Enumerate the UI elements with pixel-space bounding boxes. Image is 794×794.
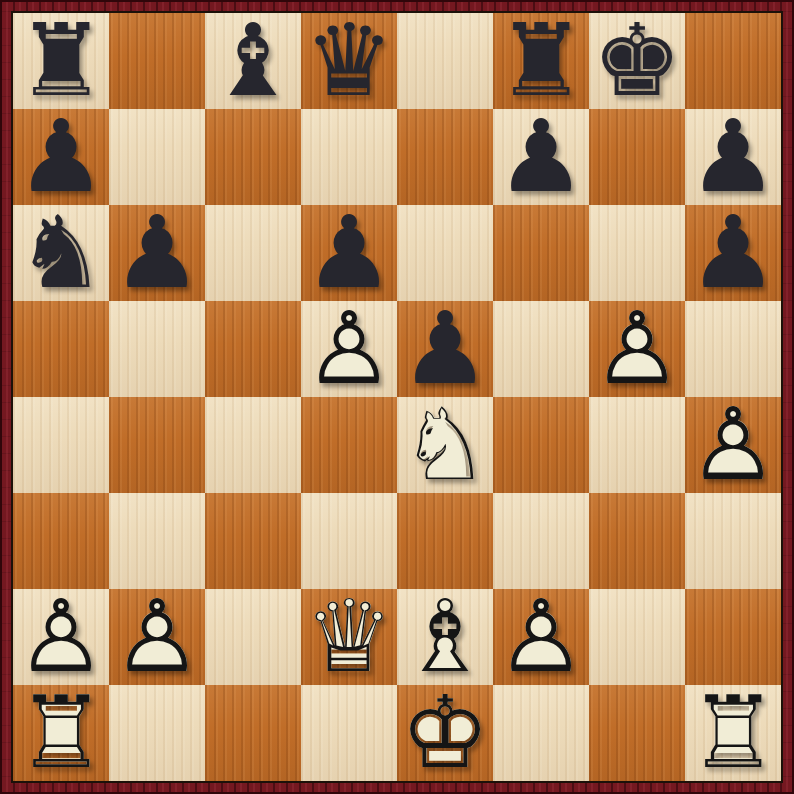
- square-f5[interactable]: [493, 301, 589, 397]
- square-a2[interactable]: ♟♙: [13, 589, 109, 685]
- black-knight-icon: ♞: [13, 205, 109, 301]
- square-c6[interactable]: [205, 205, 301, 301]
- square-f4[interactable]: [493, 397, 589, 493]
- white-rook[interactable]: ♜♖: [13, 685, 109, 781]
- square-b8[interactable]: [109, 13, 205, 109]
- black-rook[interactable]: ♜: [13, 13, 109, 109]
- square-e5[interactable]: ♟: [397, 301, 493, 397]
- square-a8[interactable]: ♜: [13, 13, 109, 109]
- square-c2[interactable]: [205, 589, 301, 685]
- black-pawn[interactable]: ♟: [685, 109, 781, 205]
- square-f6[interactable]: [493, 205, 589, 301]
- square-f3[interactable]: [493, 493, 589, 589]
- square-a4[interactable]: [13, 397, 109, 493]
- square-e3[interactable]: [397, 493, 493, 589]
- square-c3[interactable]: [205, 493, 301, 589]
- white-pawn[interactable]: ♟♙: [685, 397, 781, 493]
- square-e2[interactable]: ♝♗: [397, 589, 493, 685]
- square-b6[interactable]: ♟: [109, 205, 205, 301]
- square-a7[interactable]: ♟: [13, 109, 109, 205]
- square-g1[interactable]: [589, 685, 685, 781]
- white-knight[interactable]: ♞♘: [397, 397, 493, 493]
- black-pawn[interactable]: ♟: [493, 109, 589, 205]
- white-pawn-outline-icon: ♙: [685, 397, 781, 493]
- square-g6[interactable]: [589, 205, 685, 301]
- black-pawn-icon: ♟: [685, 205, 781, 301]
- square-g8[interactable]: ♚: [589, 13, 685, 109]
- black-pawn[interactable]: ♟: [397, 301, 493, 397]
- square-f1[interactable]: [493, 685, 589, 781]
- white-pawn-outline-icon: ♙: [493, 589, 589, 685]
- square-f7[interactable]: ♟: [493, 109, 589, 205]
- white-pawn[interactable]: ♟♙: [493, 589, 589, 685]
- white-queen-outline-icon: ♕: [301, 589, 397, 685]
- square-e8[interactable]: [397, 13, 493, 109]
- square-h8[interactable]: [685, 13, 781, 109]
- black-knight[interactable]: ♞: [13, 205, 109, 301]
- square-h7[interactable]: ♟: [685, 109, 781, 205]
- black-king[interactable]: ♚: [589, 13, 685, 109]
- square-g2[interactable]: [589, 589, 685, 685]
- square-b4[interactable]: [109, 397, 205, 493]
- square-e7[interactable]: [397, 109, 493, 205]
- square-h3[interactable]: [685, 493, 781, 589]
- square-e6[interactable]: [397, 205, 493, 301]
- white-pawn-outline-icon: ♙: [301, 301, 397, 397]
- white-rook[interactable]: ♜♖: [685, 685, 781, 781]
- square-c8[interactable]: ♝: [205, 13, 301, 109]
- square-d4[interactable]: [301, 397, 397, 493]
- square-d2[interactable]: ♛♕: [301, 589, 397, 685]
- square-f2[interactable]: ♟♙: [493, 589, 589, 685]
- black-pawn[interactable]: ♟: [685, 205, 781, 301]
- white-pawn[interactable]: ♟♙: [13, 589, 109, 685]
- square-b5[interactable]: [109, 301, 205, 397]
- black-pawn-icon: ♟: [685, 109, 781, 205]
- square-e4[interactable]: ♞♘: [397, 397, 493, 493]
- square-d8[interactable]: ♛: [301, 13, 397, 109]
- square-c7[interactable]: [205, 109, 301, 205]
- square-a3[interactable]: [13, 493, 109, 589]
- black-queen-icon: ♛: [301, 13, 397, 109]
- chess-board: ♜♝♛♜♚♟♟♟♞♟♟♟♟♙♟♟♙♞♘♟♙♟♙♟♙♛♕♝♗♟♙♜♖♚♔♜♖: [11, 11, 783, 783]
- square-b7[interactable]: [109, 109, 205, 205]
- white-king[interactable]: ♚♔: [397, 685, 493, 781]
- black-king-icon: ♚: [589, 13, 685, 109]
- square-h4[interactable]: ♟♙: [685, 397, 781, 493]
- black-pawn-icon: ♟: [493, 109, 589, 205]
- square-a1[interactable]: ♜♖: [13, 685, 109, 781]
- black-pawn-icon: ♟: [397, 301, 493, 397]
- square-g7[interactable]: [589, 109, 685, 205]
- square-c5[interactable]: [205, 301, 301, 397]
- black-rook[interactable]: ♜: [493, 13, 589, 109]
- black-pawn-icon: ♟: [13, 109, 109, 205]
- black-pawn-icon: ♟: [301, 205, 397, 301]
- black-rook-icon: ♜: [493, 13, 589, 109]
- black-pawn[interactable]: ♟: [301, 205, 397, 301]
- square-g4[interactable]: [589, 397, 685, 493]
- white-rook-outline-icon: ♖: [13, 685, 109, 781]
- square-e1[interactable]: ♚♔: [397, 685, 493, 781]
- square-d1[interactable]: [301, 685, 397, 781]
- white-king-outline-icon: ♔: [397, 685, 493, 781]
- white-pawn[interactable]: ♟♙: [589, 301, 685, 397]
- white-pawn[interactable]: ♟♙: [109, 589, 205, 685]
- square-d3[interactable]: [301, 493, 397, 589]
- square-d7[interactable]: [301, 109, 397, 205]
- square-b3[interactable]: [109, 493, 205, 589]
- white-pawn-outline-icon: ♙: [13, 589, 109, 685]
- black-pawn[interactable]: ♟: [109, 205, 205, 301]
- white-bishop-outline-icon: ♗: [397, 589, 493, 685]
- square-h6[interactable]: ♟: [685, 205, 781, 301]
- black-bishop-icon: ♝: [205, 13, 301, 109]
- square-f8[interactable]: ♜: [493, 13, 589, 109]
- white-rook-outline-icon: ♖: [685, 685, 781, 781]
- black-pawn[interactable]: ♟: [13, 109, 109, 205]
- square-d5[interactable]: ♟♙: [301, 301, 397, 397]
- black-pawn-icon: ♟: [109, 205, 205, 301]
- white-pawn-outline-icon: ♙: [109, 589, 205, 685]
- square-d6[interactable]: ♟: [301, 205, 397, 301]
- black-bishop[interactable]: ♝: [205, 13, 301, 109]
- white-pawn[interactable]: ♟♙: [301, 301, 397, 397]
- square-h2[interactable]: [685, 589, 781, 685]
- board-frame: ♜♝♛♜♚♟♟♟♞♟♟♟♟♙♟♟♙♞♘♟♙♟♙♟♙♛♕♝♗♟♙♜♖♚♔♜♖: [0, 0, 794, 794]
- square-g3[interactable]: [589, 493, 685, 589]
- black-queen[interactable]: ♛: [301, 13, 397, 109]
- square-g5[interactable]: ♟♙: [589, 301, 685, 397]
- square-a5[interactable]: [13, 301, 109, 397]
- square-h5[interactable]: [685, 301, 781, 397]
- square-a6[interactable]: ♞: [13, 205, 109, 301]
- square-c1[interactable]: [205, 685, 301, 781]
- white-queen[interactable]: ♛♕: [301, 589, 397, 685]
- square-b1[interactable]: [109, 685, 205, 781]
- white-knight-outline-icon: ♘: [397, 397, 493, 493]
- square-b2[interactable]: ♟♙: [109, 589, 205, 685]
- black-rook-icon: ♜: [13, 13, 109, 109]
- white-pawn-outline-icon: ♙: [589, 301, 685, 397]
- white-bishop[interactable]: ♝♗: [397, 589, 493, 685]
- square-c4[interactable]: [205, 397, 301, 493]
- square-h1[interactable]: ♜♖: [685, 685, 781, 781]
